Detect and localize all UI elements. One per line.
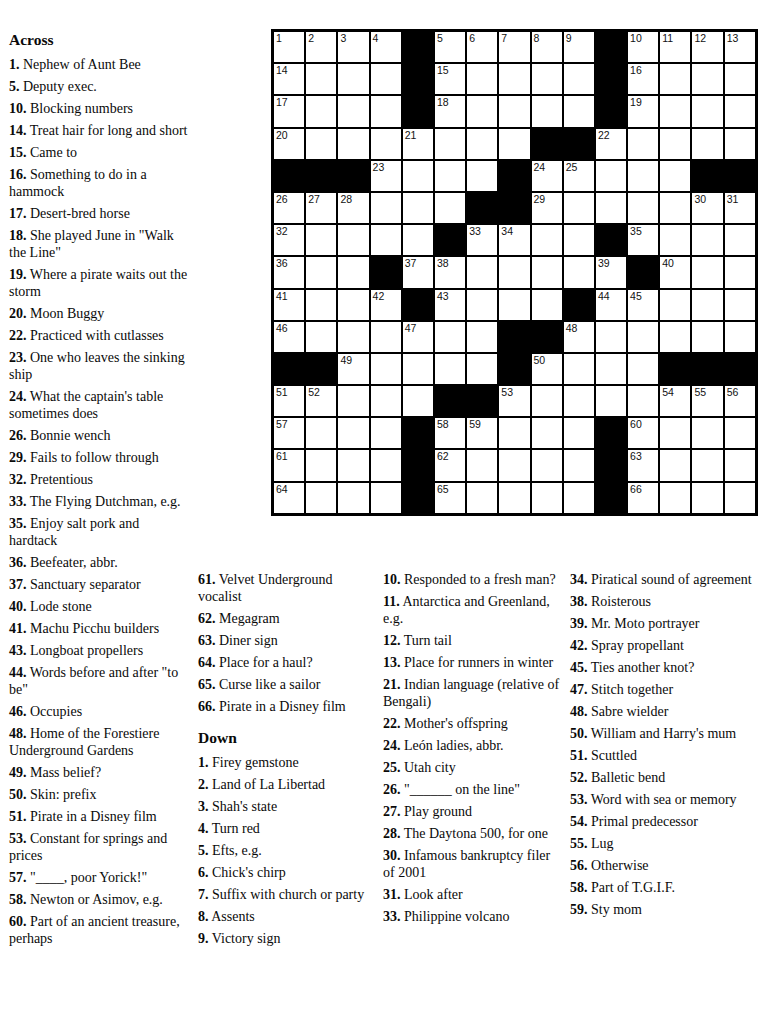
cell-r11c5[interactable] <box>403 354 433 384</box>
clue-down-2: 2. Land of La Libertad <box>198 776 372 793</box>
cell-r8c11[interactable]: 39 <box>596 257 626 287</box>
cell-r11c6[interactable] <box>435 354 465 384</box>
cell-r8c13[interactable]: 40 <box>660 257 690 287</box>
cell-number: 52 <box>308 387 320 398</box>
cell-r2c8[interactable] <box>499 64 529 94</box>
clue-across-43: 43. Longboat propellers <box>9 642 189 659</box>
cell-r2c7[interactable] <box>467 64 497 94</box>
black-cell-r6c7 <box>467 193 497 223</box>
cell-number: 54 <box>662 387 674 398</box>
cell-r15c12[interactable]: 66 <box>628 483 658 513</box>
cell-r10c5[interactable]: 47 <box>403 322 433 352</box>
cell-number: 57 <box>276 419 288 430</box>
clue-number: 48. <box>9 726 27 741</box>
black-cell-r3c5 <box>403 96 433 126</box>
clue-across-65: 65. Curse like a sailor <box>198 676 372 693</box>
cell-r15c13[interactable] <box>660 483 690 513</box>
cell-r9c14[interactable] <box>692 290 722 320</box>
clue-across-33: 33. The Flying Dutchman, e.g. <box>9 493 189 510</box>
clue-across-63: 63. Diner sign <box>198 632 372 649</box>
cell-r3c7[interactable] <box>467 96 497 126</box>
clue-number: 10. <box>383 572 401 587</box>
cell-r1c15[interactable]: 13 <box>725 32 755 62</box>
black-cell-r11c2 <box>306 354 336 384</box>
black-cell-r14c11 <box>596 450 626 480</box>
cell-r15c6[interactable]: 65 <box>435 483 465 513</box>
down-clue-list-3: 34. Piratical sound of agreement38. Rois… <box>570 571 763 918</box>
cell-r7c9[interactable] <box>532 225 562 255</box>
cell-r5c11[interactable] <box>596 161 626 191</box>
clue-number: 50. <box>9 787 27 802</box>
cell-r13c7[interactable]: 59 <box>467 418 497 448</box>
cell-r7c7[interactable]: 33 <box>467 225 497 255</box>
cell-r9c15[interactable] <box>725 290 755 320</box>
black-cell-r11c8 <box>499 354 529 384</box>
cell-r11c7[interactable] <box>467 354 497 384</box>
cell-r12c3[interactable] <box>338 386 368 416</box>
cell-r13c14[interactable] <box>692 418 722 448</box>
clue-down-27: 27. Play ground <box>383 803 562 820</box>
cell-r7c5[interactable] <box>403 225 433 255</box>
clue-across-24: 24. What the captain's table sometimes d… <box>9 388 189 422</box>
cell-r12c8[interactable]: 53 <box>499 386 529 416</box>
cell-r9c8[interactable] <box>499 290 529 320</box>
cell-r12c14[interactable]: 55 <box>692 386 722 416</box>
cell-r9c9[interactable] <box>532 290 562 320</box>
cell-r11c12[interactable] <box>628 354 658 384</box>
cell-r6c6[interactable] <box>435 193 465 223</box>
cell-number: 25 <box>566 162 578 173</box>
clue-number: 1. <box>198 755 209 770</box>
cell-r4c15[interactable] <box>725 129 755 159</box>
cell-r3c10[interactable] <box>564 96 594 126</box>
cell-r3c8[interactable] <box>499 96 529 126</box>
cell-r5c7[interactable] <box>467 161 497 191</box>
cell-r4c7[interactable] <box>467 129 497 159</box>
cell-r2c4[interactable] <box>371 64 401 94</box>
cell-r13c13[interactable] <box>660 418 690 448</box>
cell-r13c6[interactable]: 58 <box>435 418 465 448</box>
clue-number: 2. <box>198 777 209 792</box>
cell-r4c5[interactable]: 21 <box>403 129 433 159</box>
black-cell-r1c5 <box>403 32 433 62</box>
down-header: Down <box>198 729 372 747</box>
cell-number: 17 <box>276 97 288 108</box>
cell-r8c3[interactable] <box>338 257 368 287</box>
cell-r6c5[interactable] <box>403 193 433 223</box>
cell-r3c3[interactable] <box>338 96 368 126</box>
black-cell-r7c11 <box>596 225 626 255</box>
cell-r5c4[interactable]: 23 <box>371 161 401 191</box>
cell-r13c9[interactable] <box>532 418 562 448</box>
cell-r6c14[interactable]: 30 <box>692 193 722 223</box>
cell-r4c3[interactable] <box>338 129 368 159</box>
cell-r6c4[interactable] <box>371 193 401 223</box>
cell-number: 41 <box>276 291 288 302</box>
cell-r15c9[interactable] <box>532 483 562 513</box>
cell-r2c9[interactable] <box>532 64 562 94</box>
cell-r8c2[interactable] <box>306 257 336 287</box>
clue-number: 1. <box>9 57 20 72</box>
clue-number: 13. <box>383 655 401 670</box>
cell-r7c3[interactable] <box>338 225 368 255</box>
cell-r8c10[interactable] <box>564 257 594 287</box>
clue-number: 19. <box>9 267 27 282</box>
cell-r10c6[interactable] <box>435 322 465 352</box>
cell-r5c13[interactable] <box>660 161 690 191</box>
clue-number: 35. <box>9 516 27 531</box>
cell-r3c2[interactable] <box>306 96 336 126</box>
cell-r13c3[interactable] <box>338 418 368 448</box>
cell-r3c14[interactable] <box>692 96 722 126</box>
clue-number: 40. <box>9 599 27 614</box>
cell-r14c6[interactable]: 62 <box>435 450 465 480</box>
cell-r4c6[interactable] <box>435 129 465 159</box>
cell-r7c8[interactable]: 34 <box>499 225 529 255</box>
cell-r9c3[interactable] <box>338 290 368 320</box>
cell-r2c3[interactable] <box>338 64 368 94</box>
cell-r1c14[interactable]: 12 <box>692 32 722 62</box>
clue-number: 28. <box>383 826 401 841</box>
cell-r1c4[interactable]: 4 <box>371 32 401 62</box>
cell-r9c7[interactable] <box>467 290 497 320</box>
cell-r10c15[interactable] <box>725 322 755 352</box>
cell-r8c8[interactable] <box>499 257 529 287</box>
cell-r4c14[interactable] <box>692 129 722 159</box>
clue-across-14: 14. Treat hair for long and short <box>9 122 189 139</box>
clue-down-47: 47. Stitch together <box>570 681 763 698</box>
cell-r14c13[interactable] <box>660 450 690 480</box>
clue-number: 42. <box>570 638 588 653</box>
cell-r14c9[interactable] <box>532 450 562 480</box>
cell-r1c9[interactable]: 8 <box>532 32 562 62</box>
cell-r1c7[interactable]: 6 <box>467 32 497 62</box>
black-cell-r2c11 <box>596 64 626 94</box>
cell-r8c5[interactable]: 37 <box>403 257 433 287</box>
down-clue-list-1: 1. Firey gemstone2. Land of La Libertad3… <box>198 754 372 947</box>
cell-r10c7[interactable] <box>467 322 497 352</box>
black-cell-r7c6 <box>435 225 465 255</box>
clue-down-58: 58. Part of T.G.I.F. <box>570 879 763 896</box>
clue-across-17: 17. Desert-bred horse <box>9 205 189 222</box>
clue-number: 4. <box>198 821 209 836</box>
cell-r9c12[interactable]: 45 <box>628 290 658 320</box>
clue-number: 59. <box>570 902 588 917</box>
clue-across-46: 46. Occupies <box>9 703 189 720</box>
clue-number: 24. <box>9 389 27 404</box>
cell-r6c10[interactable] <box>564 193 594 223</box>
cell-r15c10[interactable] <box>564 483 594 513</box>
cell-r12c9[interactable] <box>532 386 562 416</box>
clue-number: 61. <box>198 572 216 587</box>
cell-r11c3[interactable]: 49 <box>338 354 368 384</box>
black-cell-r8c4 <box>371 257 401 287</box>
cell-r1c8[interactable]: 7 <box>499 32 529 62</box>
cell-number: 3 <box>340 33 346 44</box>
cell-r6c11[interactable] <box>596 193 626 223</box>
cell-number: 51 <box>276 387 288 398</box>
cell-r14c15[interactable] <box>725 450 755 480</box>
cell-r2c13[interactable] <box>660 64 690 94</box>
cell-r4c1[interactable]: 20 <box>274 129 304 159</box>
clue-down-4: 4. Turn red <box>198 820 372 837</box>
cell-number: 61 <box>276 451 288 462</box>
cell-r13c2[interactable] <box>306 418 336 448</box>
cell-r7c10[interactable] <box>564 225 594 255</box>
clue-number: 51. <box>570 748 588 763</box>
cell-r10c2[interactable] <box>306 322 336 352</box>
cell-r3c13[interactable] <box>660 96 690 126</box>
cell-r15c2[interactable] <box>306 483 336 513</box>
clue-across-62: 62. Megagram <box>198 610 372 627</box>
cell-r4c8[interactable] <box>499 129 529 159</box>
clue-down-10: 10. Responded to a fresh man? <box>383 571 562 588</box>
clue-number: 24. <box>383 738 401 753</box>
cell-r15c1[interactable]: 64 <box>274 483 304 513</box>
cell-r12c5[interactable] <box>403 386 433 416</box>
cell-r13c8[interactable] <box>499 418 529 448</box>
cell-r14c1[interactable]: 61 <box>274 450 304 480</box>
clue-number: 52. <box>570 770 588 785</box>
cell-r3c15[interactable] <box>725 96 755 126</box>
cell-r7c1[interactable]: 32 <box>274 225 304 255</box>
cell-r8c9[interactable] <box>532 257 562 287</box>
cell-number: 40 <box>662 258 674 269</box>
cell-number: 59 <box>469 419 481 430</box>
cell-r2c10[interactable] <box>564 64 594 94</box>
cell-r12c2[interactable]: 52 <box>306 386 336 416</box>
cell-r12c15[interactable]: 56 <box>725 386 755 416</box>
cell-r5c12[interactable] <box>628 161 658 191</box>
black-cell-r3c11 <box>596 96 626 126</box>
clue-across-57: 57. "____, poor Yorick!" <box>9 869 189 886</box>
cell-r12c12[interactable] <box>628 386 658 416</box>
cell-r13c15[interactable] <box>725 418 755 448</box>
cell-r10c4[interactable] <box>371 322 401 352</box>
black-cell-r5c14 <box>692 161 722 191</box>
clue-down-34: 34. Piratical sound of agreement <box>570 571 763 588</box>
cell-r1c13[interactable]: 11 <box>660 32 690 62</box>
clue-across-5: 5. Deputy exec. <box>9 78 189 95</box>
cell-r9c13[interactable] <box>660 290 690 320</box>
cell-r9c11[interactable]: 44 <box>596 290 626 320</box>
cell-r5c5[interactable] <box>403 161 433 191</box>
cell-r3c9[interactable] <box>532 96 562 126</box>
black-cell-r9c10 <box>564 290 594 320</box>
cell-r8c14[interactable] <box>692 257 722 287</box>
cell-r14c10[interactable] <box>564 450 594 480</box>
cell-r6c1[interactable]: 26 <box>274 193 304 223</box>
cell-r6c3[interactable]: 28 <box>338 193 368 223</box>
cell-r10c3[interactable] <box>338 322 368 352</box>
cell-r15c8[interactable] <box>499 483 529 513</box>
black-cell-r12c7 <box>467 386 497 416</box>
cell-r9c6[interactable]: 43 <box>435 290 465 320</box>
clue-number: 58. <box>570 880 588 895</box>
cell-r10c13[interactable] <box>660 322 690 352</box>
clue-down-42: 42. Spray propellant <box>570 637 763 654</box>
clue-down-8: 8. Assents <box>198 908 372 925</box>
cell-r12c4[interactable] <box>371 386 401 416</box>
cell-r6c12[interactable] <box>628 193 658 223</box>
cell-r7c13[interactable] <box>660 225 690 255</box>
black-cell-r5c3 <box>338 161 368 191</box>
across-clues-column: Across 1. Nephew of Aunt Bee5. Deputy ex… <box>9 31 189 952</box>
cell-r5c6[interactable] <box>435 161 465 191</box>
cell-r15c4[interactable] <box>371 483 401 513</box>
clue-down-56: 56. Otherwise <box>570 857 763 874</box>
cell-r2c15[interactable] <box>725 64 755 94</box>
cell-number: 64 <box>276 484 288 495</box>
clue-number: 46. <box>9 704 27 719</box>
cell-r14c14[interactable] <box>692 450 722 480</box>
clue-down-5: 5. Efts, e.g. <box>198 842 372 859</box>
cell-r2c1[interactable]: 14 <box>274 64 304 94</box>
clue-down-26: 26. "______ on the line" <box>383 781 562 798</box>
cell-r1c10[interactable]: 9 <box>564 32 594 62</box>
cell-number: 13 <box>727 33 739 44</box>
cell-r13c12[interactable]: 60 <box>628 418 658 448</box>
cell-r13c10[interactable] <box>564 418 594 448</box>
cell-r2c2[interactable] <box>306 64 336 94</box>
cell-r15c15[interactable] <box>725 483 755 513</box>
clue-number: 33. <box>383 909 401 924</box>
cell-r12c10[interactable] <box>564 386 594 416</box>
clue-number: 45. <box>570 660 588 675</box>
cell-number: 55 <box>694 387 706 398</box>
clue-number: 22. <box>383 716 401 731</box>
cell-r14c8[interactable] <box>499 450 529 480</box>
cell-number: 44 <box>598 291 610 302</box>
cell-r1c6[interactable]: 5 <box>435 32 465 62</box>
clue-number: 53. <box>9 831 27 846</box>
cell-r3c12[interactable]: 19 <box>628 96 658 126</box>
cell-r4c11[interactable]: 22 <box>596 129 626 159</box>
cell-number: 34 <box>501 226 513 237</box>
cell-r3c4[interactable] <box>371 96 401 126</box>
clue-across-58: 58. Newton or Asimov, e.g. <box>9 891 189 908</box>
cell-number: 4 <box>373 33 379 44</box>
black-cell-r9c5 <box>403 290 433 320</box>
cell-r15c7[interactable] <box>467 483 497 513</box>
clue-number: 23. <box>9 350 27 365</box>
cell-r1c2[interactable]: 2 <box>306 32 336 62</box>
cell-r9c2[interactable] <box>306 290 336 320</box>
cell-r6c15[interactable]: 31 <box>725 193 755 223</box>
cell-r10c1[interactable]: 46 <box>274 322 304 352</box>
cell-r10c12[interactable] <box>628 322 658 352</box>
cell-number: 65 <box>437 484 449 495</box>
clue-across-44: 44. Words before and after "to be" <box>9 664 189 698</box>
cell-r8c7[interactable] <box>467 257 497 287</box>
cell-r14c2[interactable] <box>306 450 336 480</box>
black-cell-r11c1 <box>274 354 304 384</box>
cell-r10c10[interactable]: 48 <box>564 322 594 352</box>
clue-down-3: 3. Shah's state <box>198 798 372 815</box>
cell-r4c13[interactable] <box>660 129 690 159</box>
cell-r12c1[interactable]: 51 <box>274 386 304 416</box>
clue-down-59: 59. Sty mom <box>570 901 763 918</box>
cell-r10c14[interactable] <box>692 322 722 352</box>
cell-r6c2[interactable]: 27 <box>306 193 336 223</box>
clue-down-53: 53. Word with sea or memory <box>570 791 763 808</box>
cell-r10c11[interactable] <box>596 322 626 352</box>
cell-r1c12[interactable]: 10 <box>628 32 658 62</box>
cell-r3c1[interactable]: 17 <box>274 96 304 126</box>
cell-number: 5 <box>437 33 443 44</box>
cell-r11c11[interactable] <box>596 354 626 384</box>
cell-r4c12[interactable] <box>628 129 658 159</box>
cell-number: 29 <box>534 194 546 205</box>
cell-number: 56 <box>727 387 739 398</box>
clue-down-1: 1. Firey gemstone <box>198 754 372 771</box>
cell-r2c12[interactable]: 16 <box>628 64 658 94</box>
cell-r4c4[interactable] <box>371 129 401 159</box>
clue-down-7: 7. Suffix with church or party <box>198 886 372 903</box>
clue-across-35: 35. Enjoy salt pork and hardtack <box>9 515 189 549</box>
cell-r8c1[interactable]: 36 <box>274 257 304 287</box>
cell-r7c14[interactable] <box>692 225 722 255</box>
cell-r11c10[interactable] <box>564 354 594 384</box>
cell-r1c1[interactable]: 1 <box>274 32 304 62</box>
clue-number: 66. <box>198 699 216 714</box>
black-cell-r15c11 <box>596 483 626 513</box>
cell-r12c13[interactable]: 54 <box>660 386 690 416</box>
black-cell-r4c9 <box>532 129 562 159</box>
cell-r14c4[interactable] <box>371 450 401 480</box>
cell-r7c4[interactable] <box>371 225 401 255</box>
across-clue-list: 1. Nephew of Aunt Bee5. Deputy exec.10. … <box>9 56 189 947</box>
clue-number: 37. <box>9 577 27 592</box>
cell-r5c9[interactable]: 24 <box>532 161 562 191</box>
clue-number: 5. <box>9 79 20 94</box>
cell-r9c1[interactable]: 41 <box>274 290 304 320</box>
black-cell-r11c15 <box>725 354 755 384</box>
clue-number: 17. <box>9 206 27 221</box>
cell-r9c4[interactable]: 42 <box>371 290 401 320</box>
clue-number: 3. <box>198 799 209 814</box>
cell-number: 15 <box>437 65 449 76</box>
cell-r11c4[interactable] <box>371 354 401 384</box>
cell-r7c15[interactable] <box>725 225 755 255</box>
cell-r14c7[interactable] <box>467 450 497 480</box>
cell-r14c3[interactable] <box>338 450 368 480</box>
clue-down-24: 24. León ladies, abbr. <box>383 737 562 754</box>
cell-r4c2[interactable] <box>306 129 336 159</box>
clue-across-23: 23. One who leaves the sinking ship <box>9 349 189 383</box>
cell-r7c12[interactable]: 35 <box>628 225 658 255</box>
cell-r1c3[interactable]: 3 <box>338 32 368 62</box>
cell-r2c6[interactable]: 15 <box>435 64 465 94</box>
cell-r3c6[interactable]: 18 <box>435 96 465 126</box>
cell-r6c9[interactable]: 29 <box>532 193 562 223</box>
cell-r2c14[interactable] <box>692 64 722 94</box>
cell-r8c6[interactable]: 38 <box>435 257 465 287</box>
cell-r14c12[interactable]: 63 <box>628 450 658 480</box>
cell-r15c3[interactable] <box>338 483 368 513</box>
cell-r5c10[interactable]: 25 <box>564 161 594 191</box>
cell-r7c2[interactable] <box>306 225 336 255</box>
cell-r12c11[interactable] <box>596 386 626 416</box>
cell-r11c9[interactable]: 50 <box>532 354 562 384</box>
cell-r13c1[interactable]: 57 <box>274 418 304 448</box>
cell-r8c15[interactable] <box>725 257 755 287</box>
clue-number: 15. <box>9 145 27 160</box>
clue-number: 25. <box>383 760 401 775</box>
cell-r15c14[interactable] <box>692 483 722 513</box>
cell-r6c13[interactable] <box>660 193 690 223</box>
cell-r13c4[interactable] <box>371 418 401 448</box>
